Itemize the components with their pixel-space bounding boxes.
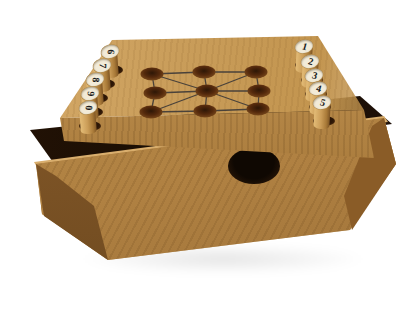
- grid-hole-r0c1[interactable]: [193, 66, 216, 79]
- board-grid: [0, 0, 416, 312]
- peg-3-label: 3: [310, 70, 318, 81]
- peg-0[interactable]: 0: [78, 101, 98, 143]
- grid-hole-r2c0[interactable]: [140, 106, 163, 119]
- peg-4-label: 4: [314, 83, 322, 94]
- peg-5-label: 5: [318, 97, 326, 108]
- grid-hole-r0c0[interactable]: [141, 68, 164, 81]
- peg-5[interactable]: 5: [312, 96, 332, 138]
- grid-hole-r1c2[interactable]: [248, 85, 271, 98]
- grid-hole-r2c1[interactable]: [194, 105, 217, 118]
- grid-hole-r1c0[interactable]: [144, 87, 167, 100]
- peg-8-label: 8: [90, 77, 100, 82]
- grid-hole-r2c2[interactable]: [247, 103, 270, 116]
- scene: 6 7 8 9 0 1 2: [0, 0, 416, 312]
- peg-2-label: 2: [306, 56, 314, 67]
- peg-0-label: 0: [83, 105, 93, 110]
- peg-7-label: 7: [97, 63, 107, 68]
- grid-hole-r1c1[interactable]: [196, 85, 219, 98]
- peg-6-label: 6: [105, 49, 115, 54]
- peg-1-label: 1: [300, 41, 308, 52]
- peg-9-label: 9: [85, 91, 95, 96]
- grid-hole-r0c2[interactable]: [245, 66, 268, 79]
